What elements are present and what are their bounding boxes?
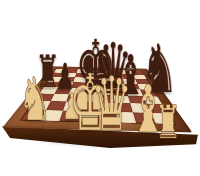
piece-light-rook-on-h1[interactable]: ♜ <box>154 99 183 145</box>
piece-light-knight-on-a2[interactable]: ♞ <box>16 69 53 129</box>
pieces-layer: ♜♟♚♛♝♞♞♟♚♛♝♜ <box>0 0 200 176</box>
chess-set-photo: ♜♟♚♛♝♞♞♟♚♛♝♜ <box>0 0 200 176</box>
